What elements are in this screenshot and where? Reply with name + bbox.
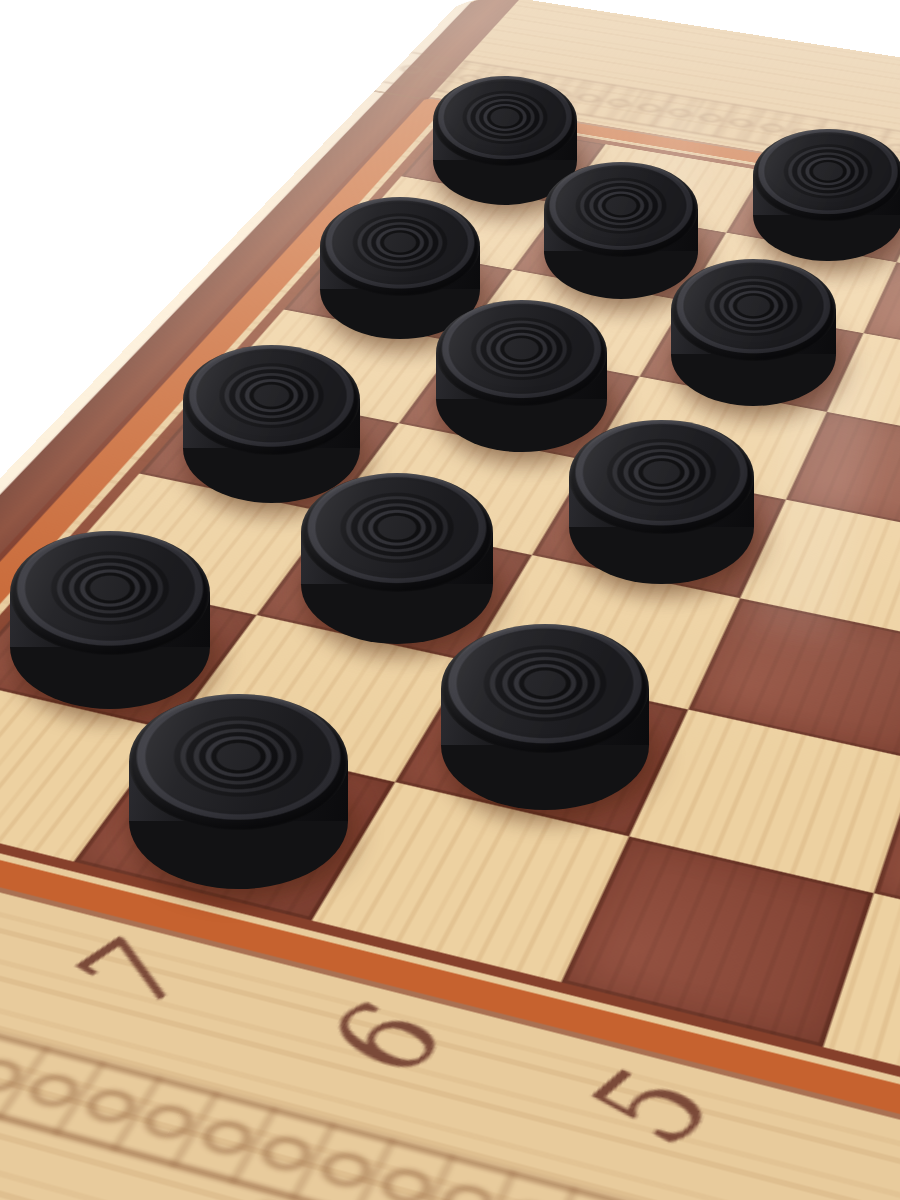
checker-piece-f6[interactable] [671, 259, 836, 406]
piece-top-face [183, 345, 360, 455]
piece-top-face [433, 76, 578, 166]
piece-top-face [10, 531, 210, 655]
checker-piece-b8[interactable] [10, 531, 210, 709]
piece-top-face [544, 162, 698, 257]
checker-piece-a7[interactable] [129, 694, 347, 888]
piece-top-face [569, 420, 753, 534]
pieces-layer [0, 0, 900, 1200]
piece-top-face [671, 259, 836, 361]
photo-stage: 765 [0, 0, 900, 1200]
checker-piece-c7[interactable] [301, 473, 493, 644]
piece-top-face [753, 129, 900, 221]
checker-piece-b6[interactable] [441, 624, 650, 810]
piece-top-face [320, 197, 479, 296]
piece-top-face [441, 624, 650, 753]
piece-top-face [129, 694, 347, 829]
piece-top-face [301, 473, 493, 592]
checker-piece-d6[interactable] [569, 420, 753, 584]
piece-top-face [436, 300, 607, 406]
checker-piece-h6[interactable] [753, 129, 900, 262]
